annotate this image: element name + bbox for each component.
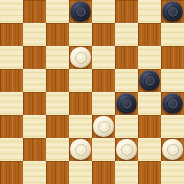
square-g5[interactable] <box>138 69 161 92</box>
piece-black-man-f4[interactable] <box>116 93 137 114</box>
square-b1[interactable] <box>23 161 46 184</box>
square-f5[interactable] <box>115 69 138 92</box>
square-b6[interactable] <box>23 46 46 69</box>
square-g6[interactable] <box>138 46 161 69</box>
square-e6[interactable] <box>92 46 115 69</box>
square-h4[interactable] <box>161 92 184 115</box>
square-h3[interactable] <box>161 115 184 138</box>
square-f4[interactable] <box>115 92 138 115</box>
piece-black-man-h8[interactable] <box>162 1 183 22</box>
square-b5[interactable] <box>23 69 46 92</box>
black-man-ring-icon <box>145 75 155 85</box>
square-e3[interactable] <box>92 115 115 138</box>
square-e5[interactable] <box>92 69 115 92</box>
square-f7[interactable] <box>115 23 138 46</box>
square-c2[interactable] <box>46 138 69 161</box>
white-man-ring-icon <box>76 52 86 62</box>
piece-white-man-f2[interactable] <box>116 139 137 160</box>
square-a3[interactable] <box>0 115 23 138</box>
square-c5[interactable] <box>46 69 69 92</box>
square-g8[interactable] <box>138 0 161 23</box>
square-c3[interactable] <box>46 115 69 138</box>
checkers-app <box>0 0 184 184</box>
square-c8[interactable] <box>46 0 69 23</box>
square-e1[interactable] <box>92 161 115 184</box>
square-a1[interactable] <box>0 161 23 184</box>
square-h5[interactable] <box>161 69 184 92</box>
square-a2[interactable] <box>0 138 23 161</box>
square-c7[interactable] <box>46 23 69 46</box>
square-g2[interactable] <box>138 138 161 161</box>
square-g1[interactable] <box>138 161 161 184</box>
square-b7[interactable] <box>23 23 46 46</box>
square-d7[interactable] <box>69 23 92 46</box>
square-d1[interactable] <box>69 161 92 184</box>
square-g7[interactable] <box>138 23 161 46</box>
piece-black-man-g5[interactable] <box>139 70 160 91</box>
square-b4[interactable] <box>23 92 46 115</box>
square-f1[interactable] <box>115 161 138 184</box>
square-h8[interactable] <box>161 0 184 23</box>
white-man-ring-icon <box>99 121 109 131</box>
square-d4[interactable] <box>69 92 92 115</box>
piece-white-man-h2[interactable] <box>162 139 183 160</box>
square-a6[interactable] <box>0 46 23 69</box>
square-a7[interactable] <box>0 23 23 46</box>
square-e7[interactable] <box>92 23 115 46</box>
black-man-ring-icon <box>168 6 178 16</box>
white-man-ring-icon <box>76 144 86 154</box>
square-h2[interactable] <box>161 138 184 161</box>
square-e2[interactable] <box>92 138 115 161</box>
white-man-ring-icon <box>168 144 178 154</box>
piece-white-man-e3[interactable] <box>93 116 114 137</box>
square-b8[interactable] <box>23 0 46 23</box>
square-b2[interactable] <box>23 138 46 161</box>
square-c1[interactable] <box>46 161 69 184</box>
black-man-ring-icon <box>76 6 86 16</box>
square-d8[interactable] <box>69 0 92 23</box>
square-d6[interactable] <box>69 46 92 69</box>
piece-black-man-h4[interactable] <box>162 93 183 114</box>
square-f3[interactable] <box>115 115 138 138</box>
square-c4[interactable] <box>46 92 69 115</box>
square-a8[interactable] <box>0 0 23 23</box>
square-f6[interactable] <box>115 46 138 69</box>
square-h6[interactable] <box>161 46 184 69</box>
square-d5[interactable] <box>69 69 92 92</box>
square-f2[interactable] <box>115 138 138 161</box>
piece-white-man-d2[interactable] <box>70 139 91 160</box>
piece-white-man-d6[interactable] <box>70 47 91 68</box>
square-a5[interactable] <box>0 69 23 92</box>
square-d3[interactable] <box>69 115 92 138</box>
square-g4[interactable] <box>138 92 161 115</box>
square-b3[interactable] <box>23 115 46 138</box>
checkers-board <box>0 0 184 184</box>
piece-black-man-d8[interactable] <box>70 1 91 22</box>
square-h1[interactable] <box>161 161 184 184</box>
square-c6[interactable] <box>46 46 69 69</box>
black-man-ring-icon <box>122 98 132 108</box>
square-d2[interactable] <box>69 138 92 161</box>
square-a4[interactable] <box>0 92 23 115</box>
square-h7[interactable] <box>161 23 184 46</box>
black-man-ring-icon <box>168 98 178 108</box>
white-man-ring-icon <box>122 144 132 154</box>
square-e4[interactable] <box>92 92 115 115</box>
square-g3[interactable] <box>138 115 161 138</box>
square-f8[interactable] <box>115 0 138 23</box>
square-e8[interactable] <box>92 0 115 23</box>
